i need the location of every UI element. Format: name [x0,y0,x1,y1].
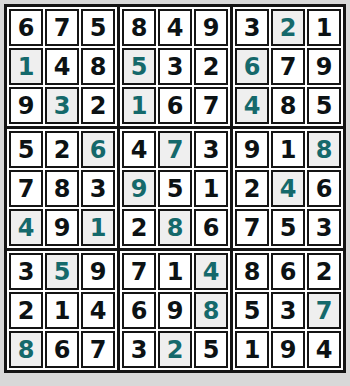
cell-r5c4-given: 9 [122,170,156,207]
cell-r2c3[interactable]: 8 [81,48,115,85]
cell-r6c5-given: 8 [158,209,192,246]
cell-r1c4[interactable]: 8 [122,9,156,46]
cell-r6c9[interactable]: 3 [307,209,341,246]
cell-r6c3-given: 1 [81,209,115,246]
cell-r9c5-given: 2 [158,331,192,368]
cell-r4c9-given: 8 [307,131,341,168]
box-1-3: 321679485 [233,7,343,126]
cell-r9c3[interactable]: 7 [81,331,115,368]
cell-r6c8[interactable]: 5 [271,209,305,246]
cell-r3c9[interactable]: 5 [307,87,341,124]
box-3-2: 714698325 [120,251,230,370]
cell-r3c6[interactable]: 7 [194,87,228,124]
cell-r2c6[interactable]: 2 [194,48,228,85]
cell-r8c3[interactable]: 4 [81,292,115,329]
cell-r6c1-given: 4 [9,209,43,246]
cell-r2c7-given: 6 [235,48,269,85]
cell-r8c6-given: 8 [194,292,228,329]
cell-r3c3[interactable]: 2 [81,87,115,124]
cell-r1c8-given: 2 [271,9,305,46]
cell-r5c3[interactable]: 3 [81,170,115,207]
cell-r9c7[interactable]: 1 [235,331,269,368]
cell-r6c7[interactable]: 7 [235,209,269,246]
cell-r4c7[interactable]: 9 [235,131,269,168]
cell-r8c2[interactable]: 1 [45,292,79,329]
box-3-3: 862537194 [233,251,343,370]
cell-r8c8[interactable]: 3 [271,292,305,329]
cell-r2c9[interactable]: 9 [307,48,341,85]
cell-r6c4[interactable]: 2 [122,209,156,246]
cell-r5c5[interactable]: 5 [158,170,192,207]
cell-r3c4-given: 1 [122,87,156,124]
cell-r5c8-given: 4 [271,170,305,207]
cell-r7c3[interactable]: 9 [81,253,115,290]
cell-r7c8[interactable]: 6 [271,253,305,290]
cell-r5c2[interactable]: 8 [45,170,79,207]
box-2-3: 918246753 [233,129,343,248]
cell-r8c7[interactable]: 5 [235,292,269,329]
cell-r4c5-given: 7 [158,131,192,168]
cell-r7c6-given: 4 [194,253,228,290]
cell-r1c6[interactable]: 9 [194,9,228,46]
cell-r3c8[interactable]: 8 [271,87,305,124]
cell-r7c7[interactable]: 8 [235,253,269,290]
cell-r5c1[interactable]: 7 [9,170,43,207]
cell-r3c5[interactable]: 6 [158,87,192,124]
cell-r4c2[interactable]: 2 [45,131,79,168]
box-1-2: 849532167 [120,7,230,126]
cell-r9c6[interactable]: 5 [194,331,228,368]
cell-r7c2-given: 5 [45,253,79,290]
cell-r2c2[interactable]: 4 [45,48,79,85]
cell-r9c8[interactable]: 9 [271,331,305,368]
cell-r3c2-given: 3 [45,87,79,124]
cell-r9c4[interactable]: 3 [122,331,156,368]
cell-r5c6[interactable]: 1 [194,170,228,207]
cell-r6c2[interactable]: 9 [45,209,79,246]
cell-r8c4[interactable]: 6 [122,292,156,329]
box-2-2: 473951286 [120,129,230,248]
cell-r2c4-given: 5 [122,48,156,85]
cell-r1c2[interactable]: 7 [45,9,79,46]
box-2-1: 526783491 [7,129,117,248]
box-3-1: 359214867 [7,251,117,370]
cell-r1c5[interactable]: 4 [158,9,192,46]
cell-r7c5[interactable]: 1 [158,253,192,290]
sudoku-board: 6751489328495321673216794855267834914739… [4,4,346,373]
cell-r1c3[interactable]: 5 [81,9,115,46]
cell-r4c8[interactable]: 1 [271,131,305,168]
cell-r3c1[interactable]: 9 [9,87,43,124]
cell-r4c6[interactable]: 3 [194,131,228,168]
box-1-1: 675148932 [7,7,117,126]
cell-r7c9[interactable]: 2 [307,253,341,290]
cell-r1c7[interactable]: 3 [235,9,269,46]
cell-r3c7-given: 4 [235,87,269,124]
cell-r2c1-given: 1 [9,48,43,85]
cell-r5c7[interactable]: 2 [235,170,269,207]
cell-r9c1-given: 8 [9,331,43,368]
cell-r4c3-given: 6 [81,131,115,168]
cell-r2c8[interactable]: 7 [271,48,305,85]
cell-r7c4[interactable]: 7 [122,253,156,290]
sudoku-page: 6751489328495321673216794855267834914739… [0,4,350,373]
cell-r1c1[interactable]: 6 [9,9,43,46]
cell-r8c5[interactable]: 9 [158,292,192,329]
cell-r5c9[interactable]: 6 [307,170,341,207]
cell-r9c2[interactable]: 6 [45,331,79,368]
cell-r4c4[interactable]: 4 [122,131,156,168]
cell-r9c9[interactable]: 4 [307,331,341,368]
cell-r8c9-given: 7 [307,292,341,329]
cell-r6c6[interactable]: 6 [194,209,228,246]
cell-r1c9[interactable]: 1 [307,9,341,46]
cell-r2c5[interactable]: 3 [158,48,192,85]
cell-r8c1[interactable]: 2 [9,292,43,329]
cell-r7c1[interactable]: 3 [9,253,43,290]
cell-r4c1[interactable]: 5 [9,131,43,168]
